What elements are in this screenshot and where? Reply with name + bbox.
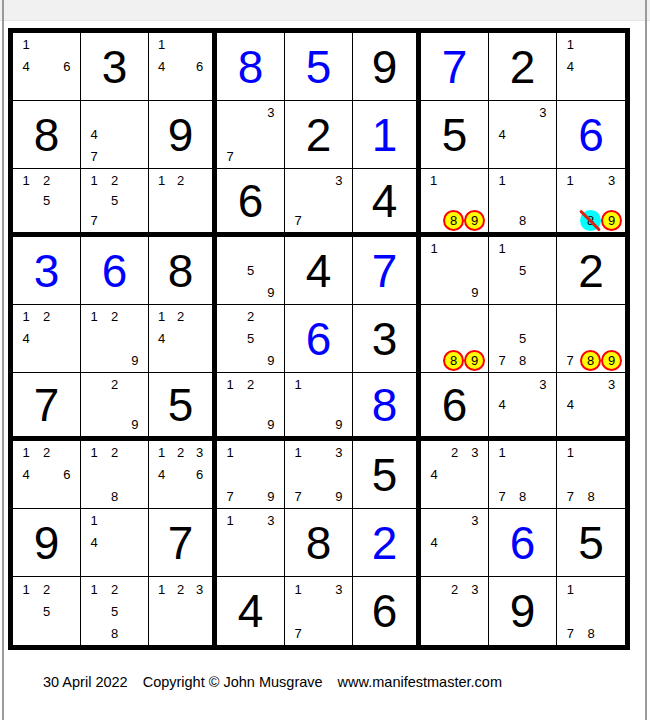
cell-r9c2[interactable]: 1258	[81, 577, 149, 645]
candidate-1: 1	[220, 374, 240, 394]
candidate-1: 1	[492, 170, 512, 190]
given-digit: 4	[238, 588, 264, 634]
solved-digit: 6	[510, 520, 536, 566]
candidate-8: 8	[512, 485, 532, 507]
cell-r3c2[interactable]: 1257	[81, 169, 149, 237]
pencil-marks: 178	[560, 442, 622, 507]
pencil-marks: 178	[560, 578, 622, 644]
cell-r4c2[interactable]: 6	[81, 237, 149, 305]
cell-r1c7[interactable]: 7	[421, 33, 489, 101]
solved-digit: 3	[34, 248, 60, 294]
cell-r6c6[interactable]: 8	[353, 373, 421, 441]
cell-r1c3[interactable]: 146	[149, 33, 217, 101]
candidate-1: 1	[560, 442, 581, 464]
given-digit: 3	[372, 316, 398, 362]
pencil-marks: 234	[424, 442, 485, 507]
candidate-1: 1	[152, 578, 171, 600]
candidate-8: 8	[581, 485, 602, 507]
page-left-edge	[2, 0, 4, 720]
candidate-8: 8	[104, 622, 124, 644]
cell-r1c2[interactable]: 3	[81, 33, 149, 101]
cell-r5c4[interactable]: 259	[217, 305, 285, 373]
candidate-4: 4	[152, 328, 171, 350]
pencil-marks: 124	[16, 306, 77, 371]
pencil-marks: 59	[220, 238, 281, 303]
cell-r6c5[interactable]: 19	[285, 373, 353, 441]
candidate-1: 1	[152, 306, 171, 328]
candidate-8: 8	[581, 622, 602, 644]
cell-r8c6[interactable]: 2	[353, 509, 421, 577]
candidate-1: 1	[16, 306, 36, 328]
candidate-4: 4	[560, 56, 581, 78]
given-digit: 2	[510, 44, 536, 90]
given-digit: 7	[168, 520, 194, 566]
candidate-3: 3	[261, 102, 281, 124]
candidate-9: 9	[125, 349, 145, 371]
candidate-5: 5	[512, 328, 532, 350]
given-digit: 9	[34, 520, 60, 566]
candidate-5: 5	[36, 190, 56, 210]
cell-r3c3[interactable]: 12	[149, 169, 217, 237]
candidate-7: 7	[288, 211, 308, 231]
candidate-2: 2	[240, 306, 260, 328]
candidate-7: 7	[288, 622, 308, 644]
candidate-7: 7	[288, 485, 308, 507]
candidate-1: 1	[152, 34, 171, 56]
solved-digit: 8	[238, 44, 264, 90]
candidate-8: 8	[512, 349, 532, 371]
candidate-5: 5	[36, 600, 56, 622]
pencil-marks: 137	[288, 578, 349, 644]
candidate-4: 4	[424, 532, 444, 554]
cell-r1c8[interactable]: 2	[489, 33, 557, 101]
candidate-2: 2	[36, 170, 56, 190]
candidate-3: 3	[329, 170, 349, 190]
candidate-4: 4	[16, 56, 36, 78]
cell-r4c4[interactable]: 59	[217, 237, 285, 305]
candidate-7: 7	[220, 485, 240, 507]
candidate-4: 4	[424, 464, 444, 486]
candidate-6: 6	[57, 56, 77, 78]
candidate-3: 3	[329, 578, 349, 600]
cell-r9c1[interactable]: 125	[13, 577, 81, 645]
candidate-7: 7	[84, 211, 104, 231]
cell-r8c8[interactable]: 6	[489, 509, 557, 577]
cell-r6c8[interactable]: 34	[489, 373, 557, 441]
candidate-1: 1	[84, 510, 104, 532]
pencil-marks: 1257	[84, 170, 145, 231]
candidate-1: 1	[16, 34, 36, 56]
cell-r9c6[interactable]: 6	[353, 577, 421, 645]
candidate-2: 2	[171, 306, 190, 328]
solved-digit: 5	[306, 44, 332, 90]
candidate-7: 7	[560, 349, 580, 371]
candidate-9: 9	[261, 281, 281, 303]
cell-r5c6[interactable]: 3	[353, 305, 421, 373]
candidate-4: 4	[560, 394, 581, 414]
cell-r2c2[interactable]: 47	[81, 101, 149, 169]
pencil-marks: 125	[16, 578, 77, 644]
candidate-4: 4	[152, 56, 171, 78]
cell-r9c8[interactable]: 9	[489, 577, 557, 645]
candidate-3: 3	[190, 442, 209, 464]
solved-digit: 2	[372, 520, 398, 566]
candidate-4: 4	[492, 124, 512, 146]
given-digit: 4	[372, 178, 398, 224]
cell-r7c6[interactable]: 5	[353, 441, 421, 509]
candidate-9: 9	[329, 485, 349, 507]
cell-r7c5[interactable]: 1379	[285, 441, 353, 509]
candidate-6: 6	[190, 56, 209, 78]
pencil-marks: 12346	[152, 442, 209, 507]
pencil-marks: 1389	[560, 170, 622, 231]
pencil-marks: 14	[84, 510, 145, 575]
candidate-8: 8	[512, 211, 532, 231]
pencil-marks: 189	[424, 170, 485, 231]
solved-digit: 6	[102, 248, 128, 294]
given-digit: 8	[306, 520, 332, 566]
cell-r3c5[interactable]: 37	[285, 169, 353, 237]
pencil-marks: 29	[84, 374, 145, 435]
solved-digit: 7	[442, 44, 468, 90]
pencil-marks: 1246	[16, 442, 77, 507]
candidate-2: 2	[104, 306, 124, 328]
pencil-marks: 34	[492, 102, 553, 167]
candidate-3: 3	[601, 374, 622, 394]
given-digit: 6	[372, 588, 398, 634]
candidate-2: 2	[171, 170, 190, 190]
given-digit: 5	[168, 382, 194, 428]
highlighted-candidate-9: 9	[601, 350, 622, 371]
cell-r7c3[interactable]: 12346	[149, 441, 217, 509]
cell-r5c5[interactable]: 6	[285, 305, 353, 373]
pencil-marks: 89	[424, 306, 485, 371]
candidate-1: 1	[16, 442, 36, 464]
highlighted-candidate-8: 8	[443, 350, 464, 371]
given-digit: 9	[510, 588, 536, 634]
cell-r1c6[interactable]: 9	[353, 33, 421, 101]
cell-r4c7[interactable]: 19	[421, 237, 489, 305]
pencil-marks: 789	[560, 306, 622, 371]
cell-r6c7[interactable]: 6	[421, 373, 489, 441]
cell-r8c1[interactable]: 9	[13, 509, 81, 577]
given-digit: 7	[34, 382, 60, 428]
candidate-7: 7	[492, 349, 512, 371]
cell-r6c4[interactable]: 129	[217, 373, 285, 441]
pencil-marks: 124	[152, 306, 209, 371]
given-digit: 2	[578, 248, 604, 294]
candidate-9: 9	[329, 415, 349, 435]
candidate-2: 2	[104, 374, 124, 394]
candidate-6: 6	[57, 464, 77, 486]
candidate-5: 5	[240, 328, 260, 350]
candidate-3: 3	[329, 442, 349, 464]
candidate-3: 3	[601, 170, 622, 190]
cell-r4c6[interactable]: 7	[353, 237, 421, 305]
cell-r3c4[interactable]: 6	[217, 169, 285, 237]
candidate-1: 1	[560, 578, 581, 600]
cell-r2c1[interactable]: 8	[13, 101, 81, 169]
cell-r3c7[interactable]: 189	[421, 169, 489, 237]
candidate-1: 1	[220, 442, 240, 464]
given-digit: 6	[442, 382, 468, 428]
candidate-9: 9	[465, 281, 485, 303]
pencil-marks: 179	[220, 442, 281, 507]
cell-r1c4[interactable]: 8	[217, 33, 285, 101]
given-digit: 9	[372, 44, 398, 90]
candidate-9: 9	[261, 415, 281, 435]
cell-r4c3[interactable]: 8	[149, 237, 217, 305]
candidate-1: 1	[288, 578, 308, 600]
given-digit: 5	[578, 520, 604, 566]
candidate-5: 5	[104, 190, 124, 210]
candidate-1: 1	[560, 34, 581, 56]
candidate-6: 6	[190, 464, 209, 486]
candidate-1: 1	[16, 170, 36, 190]
pencil-marks: 128	[84, 442, 145, 507]
candidate-1: 1	[424, 238, 444, 260]
candidate-7: 7	[492, 485, 512, 507]
cell-r8c5[interactable]: 8	[285, 509, 353, 577]
candidate-2: 2	[171, 442, 190, 464]
pencil-marks: 123	[152, 578, 209, 644]
solved-digit: 8	[372, 382, 398, 428]
pencil-marks: 259	[220, 306, 281, 371]
cell-r4c9[interactable]: 2	[557, 237, 625, 305]
highlighted-candidate-8: 8	[443, 210, 464, 231]
candidate-1: 1	[152, 170, 171, 190]
cell-r7c4[interactable]: 179	[217, 441, 285, 509]
cell-r2c8[interactable]: 34	[489, 101, 557, 169]
cell-r7c2[interactable]: 128	[81, 441, 149, 509]
cell-r9c7[interactable]: 23	[421, 577, 489, 645]
cell-r6c2[interactable]: 29	[81, 373, 149, 441]
pencil-marks: 1258	[84, 578, 145, 644]
given-digit: 3	[102, 44, 128, 90]
cell-r5c3[interactable]: 124	[149, 305, 217, 373]
candidate-1: 1	[288, 442, 308, 464]
given-digit: 5	[372, 452, 398, 498]
candidate-3: 3	[261, 510, 281, 532]
cell-r2c7[interactable]: 5	[421, 101, 489, 169]
pencil-marks: 178	[492, 442, 553, 507]
candidate-2: 2	[171, 578, 190, 600]
candidate-2: 2	[36, 306, 56, 328]
candidate-3: 3	[533, 102, 553, 124]
solved-digit: 7	[372, 248, 398, 294]
pencil-marks: 129	[84, 306, 145, 371]
given-digit: 5	[442, 112, 468, 158]
highlighted-candidate-9: 9	[464, 210, 485, 231]
candidate-1: 1	[560, 170, 580, 190]
pencil-marks: 47	[84, 102, 145, 167]
footer-website: www.manifestmaster.com	[338, 674, 502, 690]
cell-r6c9[interactable]: 34	[557, 373, 625, 441]
candidate-3: 3	[533, 374, 553, 394]
candidate-4: 4	[84, 532, 104, 554]
pencil-marks: 19	[424, 238, 485, 303]
pencil-marks: 34	[424, 510, 485, 575]
cell-r1c9[interactable]: 14	[557, 33, 625, 101]
solved-digit: 1	[372, 112, 398, 158]
cell-r5c8[interactable]: 578	[489, 305, 557, 373]
candidate-2: 2	[36, 578, 56, 600]
candidate-1: 1	[492, 442, 512, 464]
highlighted-candidate-9: 9	[601, 210, 622, 231]
candidate-1: 1	[16, 578, 36, 600]
page-top-bar	[0, 0, 650, 21]
candidate-9: 9	[261, 485, 281, 507]
candidate-4: 4	[16, 328, 36, 350]
pencil-marks: 578	[492, 306, 553, 371]
cell-r8c7[interactable]: 34	[421, 509, 489, 577]
cell-r3c9[interactable]: 1389	[557, 169, 625, 237]
sudoku-board: 1463146859721484793721534612512571263741…	[8, 28, 630, 650]
candidate-1: 1	[84, 170, 104, 190]
candidate-2: 2	[240, 374, 260, 394]
cell-r2c6[interactable]: 1	[353, 101, 421, 169]
cell-r8c2[interactable]: 14	[81, 509, 149, 577]
cell-r8c3[interactable]: 7	[149, 509, 217, 577]
elimination-slash-icon	[579, 210, 601, 232]
pencil-marks: 18	[492, 170, 553, 231]
given-digit: 8	[168, 248, 194, 294]
candidate-5: 5	[512, 260, 532, 282]
cell-r6c1[interactable]: 7	[13, 373, 81, 441]
pencil-marks: 34	[492, 374, 553, 435]
candidate-2: 2	[104, 578, 124, 600]
pencil-marks: 129	[220, 374, 281, 435]
cell-r1c1[interactable]: 146	[13, 33, 81, 101]
pencil-marks: 12	[152, 170, 209, 231]
candidate-9: 9	[261, 349, 281, 371]
pencil-marks: 37	[288, 170, 349, 231]
cell-r1c5[interactable]: 5	[285, 33, 353, 101]
eliminated-candidate-8: 8	[580, 210, 601, 231]
solved-digit: 6	[306, 316, 332, 362]
candidate-3: 3	[190, 578, 209, 600]
candidate-9: 9	[125, 415, 145, 435]
footer: 30 April 2022 Copyright © John Musgrave …	[43, 674, 502, 690]
cell-r5c7[interactable]: 89	[421, 305, 489, 373]
cell-r5c9[interactable]: 789	[557, 305, 625, 373]
candidate-7: 7	[560, 622, 581, 644]
candidate-8: 8	[104, 485, 124, 507]
cell-r2c5[interactable]: 2	[285, 101, 353, 169]
candidate-1: 1	[84, 578, 104, 600]
cell-r2c4[interactable]: 37	[217, 101, 285, 169]
pencil-marks: 34	[560, 374, 622, 435]
candidate-7: 7	[84, 145, 104, 167]
candidate-1: 1	[492, 238, 512, 260]
cell-r3c1[interactable]: 125	[13, 169, 81, 237]
highlighted-candidate-8: 8	[580, 350, 601, 371]
candidate-1: 1	[84, 442, 104, 464]
footer-date: 30 April 2022	[43, 674, 128, 690]
candidate-3: 3	[465, 510, 485, 532]
candidate-7: 7	[560, 485, 581, 507]
pencil-marks: 125	[16, 170, 77, 231]
candidate-2: 2	[444, 442, 464, 464]
given-digit: 4	[306, 248, 332, 294]
cell-r2c3[interactable]: 9	[149, 101, 217, 169]
pencil-marks: 1379	[288, 442, 349, 507]
cell-r8c4[interactable]: 13	[217, 509, 285, 577]
cell-r9c4[interactable]: 4	[217, 577, 285, 645]
candidate-2: 2	[444, 578, 464, 600]
candidate-7: 7	[220, 145, 240, 167]
given-digit: 6	[238, 178, 264, 224]
candidate-1: 1	[288, 374, 308, 394]
cell-r7c7[interactable]: 234	[421, 441, 489, 509]
candidate-4: 4	[84, 124, 104, 146]
candidate-4: 4	[16, 464, 36, 486]
highlighted-candidate-9: 9	[464, 350, 485, 371]
pencil-marks: 146	[16, 34, 77, 99]
candidate-1: 1	[220, 510, 240, 532]
candidate-3: 3	[465, 578, 485, 600]
pencil-marks: 14	[560, 34, 622, 99]
cell-r6c3[interactable]: 5	[149, 373, 217, 441]
candidate-1: 1	[424, 170, 443, 190]
page-right-edge	[645, 0, 647, 720]
cell-r7c1[interactable]: 1246	[13, 441, 81, 509]
pencil-marks: 146	[152, 34, 209, 99]
pencil-marks: 13	[220, 510, 281, 575]
cell-r9c3[interactable]: 123	[149, 577, 217, 645]
candidate-2: 2	[104, 170, 124, 190]
candidate-4: 4	[152, 464, 171, 486]
given-digit: 2	[306, 112, 332, 158]
cell-r5c1[interactable]: 124	[13, 305, 81, 373]
cell-r8c9[interactable]: 5	[557, 509, 625, 577]
cell-r9c9[interactable]: 178	[557, 577, 625, 645]
cell-r5c2[interactable]: 129	[81, 305, 149, 373]
candidate-5: 5	[104, 600, 124, 622]
cell-r4c8[interactable]: 15	[489, 237, 557, 305]
pencil-marks: 15	[492, 238, 553, 303]
cell-r3c6[interactable]: 4	[353, 169, 421, 237]
candidate-3: 3	[465, 442, 485, 464]
candidate-1: 1	[152, 442, 171, 464]
candidate-5: 5	[240, 260, 260, 282]
cell-r4c1[interactable]: 3	[13, 237, 81, 305]
candidate-2: 2	[104, 442, 124, 464]
cell-r9c5[interactable]: 137	[285, 577, 353, 645]
pencil-marks: 23	[424, 578, 485, 644]
cell-r7c8[interactable]: 178	[489, 441, 557, 509]
cell-r3c8[interactable]: 18	[489, 169, 557, 237]
footer-copyright: Copyright © John Musgrave	[143, 674, 323, 690]
pencil-marks: 19	[288, 374, 349, 435]
solved-digit: 6	[578, 112, 604, 158]
cell-r2c9[interactable]: 6	[557, 101, 625, 169]
candidate-2: 2	[36, 442, 56, 464]
candidate-4: 4	[492, 394, 512, 414]
given-digit: 9	[168, 112, 194, 158]
cell-r7c9[interactable]: 178	[557, 441, 625, 509]
candidate-1: 1	[84, 306, 104, 328]
given-digit: 8	[34, 112, 60, 158]
pencil-marks: 37	[220, 102, 281, 167]
cell-r4c5[interactable]: 4	[285, 237, 353, 305]
